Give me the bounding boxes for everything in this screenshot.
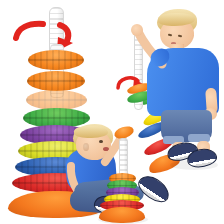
main-tower-disc-orange (28, 50, 84, 70)
small-tower-base-dome-base-orange (99, 207, 145, 223)
toy-product-photo (0, 0, 224, 224)
main-tower-disc-orange-ghost (26, 90, 87, 110)
standing-toddler-eye-right (178, 35, 182, 38)
standing-toddler-hand-on-pole (131, 24, 143, 36)
main-tower-disc-orange (27, 71, 85, 91)
sitting-baby-ear (83, 143, 89, 151)
